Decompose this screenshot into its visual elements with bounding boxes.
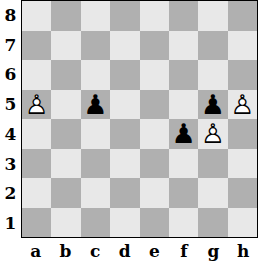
rank-labels: 87654321	[0, 0, 21, 238]
rank-label-5: 5	[0, 89, 21, 119]
square-g3[interactable]	[198, 149, 227, 179]
chess-board: ♟♙♟♟♟♙♟♟♙	[21, 0, 258, 238]
square-a5[interactable]: ♟♙	[22, 90, 51, 120]
piece-black-pawn-g5: ♟	[198, 90, 227, 120]
square-c8[interactable]	[81, 1, 110, 31]
square-f2[interactable]	[169, 178, 198, 208]
file-label-f: f	[169, 238, 199, 263]
white-pawn-outline-glyph: ♙	[22, 90, 51, 120]
file-label-e: e	[140, 238, 170, 263]
black-pawn-glyph: ♟	[198, 90, 227, 120]
square-e6[interactable]	[140, 60, 169, 90]
square-g8[interactable]	[198, 1, 227, 31]
square-h4[interactable]	[228, 119, 257, 149]
square-f7[interactable]	[169, 31, 198, 61]
square-c1[interactable]	[81, 208, 110, 238]
square-e1[interactable]	[140, 208, 169, 238]
rank-label-7: 7	[0, 30, 21, 60]
square-h5[interactable]: ♟♙	[228, 90, 257, 120]
square-e2[interactable]	[140, 178, 169, 208]
square-e5[interactable]	[140, 90, 169, 120]
file-label-a: a	[21, 238, 51, 263]
square-h6[interactable]	[228, 60, 257, 90]
square-b5[interactable]	[51, 90, 80, 120]
square-d3[interactable]	[110, 149, 139, 179]
file-labels: abcdefgh	[21, 238, 258, 263]
square-d8[interactable]	[110, 1, 139, 31]
square-a3[interactable]	[22, 149, 51, 179]
piece-white-pawn-g4: ♟♙	[198, 119, 227, 149]
square-h3[interactable]	[228, 149, 257, 179]
rank-label-4: 4	[0, 119, 21, 149]
rank-label-1: 1	[0, 208, 21, 238]
square-g2[interactable]	[198, 178, 227, 208]
square-e4[interactable]	[140, 119, 169, 149]
square-g7[interactable]	[198, 31, 227, 61]
square-h8[interactable]	[228, 1, 257, 31]
square-f6[interactable]	[169, 60, 198, 90]
square-g4[interactable]: ♟♙	[198, 119, 227, 149]
rank-label-2: 2	[0, 179, 21, 209]
square-a7[interactable]	[22, 31, 51, 61]
square-c2[interactable]	[81, 178, 110, 208]
square-b8[interactable]	[51, 1, 80, 31]
square-b3[interactable]	[51, 149, 80, 179]
square-g6[interactable]	[198, 60, 227, 90]
square-h7[interactable]	[228, 31, 257, 61]
square-e3[interactable]	[140, 149, 169, 179]
square-f5[interactable]	[169, 90, 198, 120]
square-b1[interactable]	[51, 208, 80, 238]
square-f3[interactable]	[169, 149, 198, 179]
rank-label-8: 8	[0, 0, 21, 30]
square-f8[interactable]	[169, 1, 198, 31]
square-d6[interactable]	[110, 60, 139, 90]
square-h1[interactable]	[228, 208, 257, 238]
chess-diagram: 87654321 ♟♙♟♟♟♙♟♟♙ abcdefgh	[0, 0, 259, 263]
square-g1[interactable]	[198, 208, 227, 238]
file-label-h: h	[228, 238, 258, 263]
square-d1[interactable]	[110, 208, 139, 238]
file-label-d: d	[110, 238, 140, 263]
square-c7[interactable]	[81, 31, 110, 61]
square-a6[interactable]	[22, 60, 51, 90]
square-e7[interactable]	[140, 31, 169, 61]
square-a2[interactable]	[22, 178, 51, 208]
square-a1[interactable]	[22, 208, 51, 238]
piece-white-pawn-a5: ♟♙	[22, 90, 51, 120]
square-b4[interactable]	[51, 119, 80, 149]
rank-label-3: 3	[0, 149, 21, 179]
square-a4[interactable]	[22, 119, 51, 149]
square-d5[interactable]	[110, 90, 139, 120]
square-a8[interactable]	[22, 1, 51, 31]
file-label-b: b	[51, 238, 81, 263]
piece-black-pawn-c5: ♟	[81, 90, 110, 120]
square-h2[interactable]	[228, 178, 257, 208]
black-pawn-glyph: ♟	[169, 119, 198, 149]
square-c3[interactable]	[81, 149, 110, 179]
square-c4[interactable]	[81, 119, 110, 149]
square-b6[interactable]	[51, 60, 80, 90]
piece-white-pawn-h5: ♟♙	[228, 90, 257, 120]
file-label-g: g	[199, 238, 229, 263]
square-g5[interactable]: ♟	[198, 90, 227, 120]
file-label-c: c	[80, 238, 110, 263]
rank-label-6: 6	[0, 60, 21, 90]
square-d4[interactable]	[110, 119, 139, 149]
white-pawn-outline-glyph: ♙	[228, 90, 257, 120]
square-d2[interactable]	[110, 178, 139, 208]
square-e8[interactable]	[140, 1, 169, 31]
piece-black-pawn-f4: ♟	[169, 119, 198, 149]
square-f4[interactable]: ♟	[169, 119, 198, 149]
black-pawn-glyph: ♟	[81, 90, 110, 120]
square-c6[interactable]	[81, 60, 110, 90]
square-d7[interactable]	[110, 31, 139, 61]
square-b7[interactable]	[51, 31, 80, 61]
square-f1[interactable]	[169, 208, 198, 238]
square-c5[interactable]: ♟	[81, 90, 110, 120]
white-pawn-outline-glyph: ♙	[198, 119, 227, 149]
square-b2[interactable]	[51, 178, 80, 208]
